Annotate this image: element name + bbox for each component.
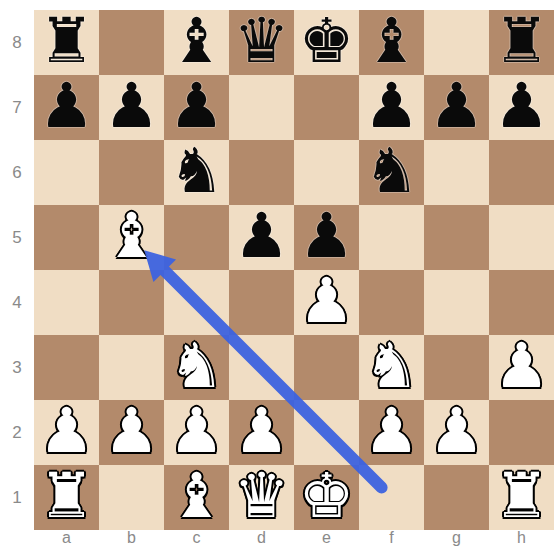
square-f5[interactable] bbox=[359, 205, 424, 270]
square-a4[interactable] bbox=[34, 270, 99, 335]
rank-label-5: 5 bbox=[0, 205, 34, 270]
square-d4[interactable] bbox=[229, 270, 294, 335]
file-label-b: b bbox=[99, 530, 164, 546]
piece-black-pawn-a7[interactable]: ♟ bbox=[39, 75, 95, 137]
square-c6[interactable]: ♞ bbox=[164, 140, 229, 205]
square-c2[interactable]: ♟ bbox=[164, 400, 229, 465]
square-e2[interactable] bbox=[294, 400, 359, 465]
square-a7[interactable]: ♟ bbox=[34, 75, 99, 140]
piece-white-bishop-c1[interactable]: ♝ bbox=[169, 465, 225, 527]
rank-label-8: 8 bbox=[0, 10, 34, 75]
square-e8[interactable]: ♚ bbox=[294, 10, 359, 75]
piece-white-rook-a1[interactable]: ♜ bbox=[39, 465, 95, 527]
square-f7[interactable]: ♟ bbox=[359, 75, 424, 140]
rank-label-1: 1 bbox=[0, 465, 34, 530]
square-b6[interactable] bbox=[99, 140, 164, 205]
square-h7[interactable]: ♟ bbox=[489, 75, 554, 140]
piece-black-rook-h8[interactable]: ♜ bbox=[494, 10, 550, 72]
file-label-h: h bbox=[489, 530, 554, 546]
square-g1[interactable] bbox=[424, 465, 489, 530]
piece-black-pawn-b7[interactable]: ♟ bbox=[104, 75, 160, 137]
file-labels: abcdefgh bbox=[34, 530, 554, 546]
square-b3[interactable] bbox=[99, 335, 164, 400]
square-d2[interactable]: ♟ bbox=[229, 400, 294, 465]
square-e5[interactable]: ♟ bbox=[294, 205, 359, 270]
piece-black-queen-d8[interactable]: ♛ bbox=[234, 10, 290, 72]
square-h5[interactable] bbox=[489, 205, 554, 270]
piece-white-knight-f3[interactable]: ♞ bbox=[364, 335, 420, 397]
square-h6[interactable] bbox=[489, 140, 554, 205]
piece-black-pawn-e5[interactable]: ♟ bbox=[299, 205, 355, 267]
piece-black-bishop-c8[interactable]: ♝ bbox=[169, 10, 225, 72]
square-a1[interactable]: ♜ bbox=[34, 465, 99, 530]
square-b1[interactable] bbox=[99, 465, 164, 530]
file-label-f: f bbox=[359, 530, 424, 546]
square-d3[interactable] bbox=[229, 335, 294, 400]
piece-black-pawn-c7[interactable]: ♟ bbox=[169, 75, 225, 137]
square-g5[interactable] bbox=[424, 205, 489, 270]
square-e6[interactable] bbox=[294, 140, 359, 205]
file-label-g: g bbox=[424, 530, 489, 546]
square-a8[interactable]: ♜ bbox=[34, 10, 99, 75]
rank-label-2: 2 bbox=[0, 400, 34, 465]
square-h2[interactable] bbox=[489, 400, 554, 465]
square-g7[interactable]: ♟ bbox=[424, 75, 489, 140]
square-a6[interactable] bbox=[34, 140, 99, 205]
file-label-e: e bbox=[294, 530, 359, 546]
file-label-d: d bbox=[229, 530, 294, 546]
square-f1[interactable] bbox=[359, 465, 424, 530]
square-g6[interactable] bbox=[424, 140, 489, 205]
piece-white-bishop-b5[interactable]: ♝ bbox=[104, 205, 160, 267]
square-g4[interactable] bbox=[424, 270, 489, 335]
piece-black-knight-f6[interactable]: ♞ bbox=[364, 140, 420, 202]
square-b8[interactable] bbox=[99, 10, 164, 75]
square-g2[interactable]: ♟ bbox=[424, 400, 489, 465]
piece-black-pawn-g7[interactable]: ♟ bbox=[429, 75, 485, 137]
square-c1[interactable]: ♝ bbox=[164, 465, 229, 530]
piece-white-king-e1[interactable]: ♚ bbox=[299, 465, 355, 527]
piece-white-pawn-g2[interactable]: ♟ bbox=[429, 400, 485, 462]
rank-labels: 87654321 bbox=[0, 10, 34, 530]
piece-white-knight-c3[interactable]: ♞ bbox=[169, 335, 225, 397]
square-f3[interactable]: ♞ bbox=[359, 335, 424, 400]
piece-black-king-e8[interactable]: ♚ bbox=[299, 10, 355, 72]
square-g8[interactable] bbox=[424, 10, 489, 75]
square-a2[interactable]: ♟ bbox=[34, 400, 99, 465]
piece-black-knight-c6[interactable]: ♞ bbox=[169, 140, 225, 202]
square-e3[interactable] bbox=[294, 335, 359, 400]
square-b7[interactable]: ♟ bbox=[99, 75, 164, 140]
chess-board: ♜♝♛♚♝♜♟♟♟♟♟♟♞♞♝♟♟♟♞♞♟♟♟♟♟♟♟♜♝♛♚♜ bbox=[34, 10, 554, 530]
piece-black-pawn-f7[interactable]: ♟ bbox=[364, 75, 420, 137]
square-e4[interactable]: ♟ bbox=[294, 270, 359, 335]
piece-black-rook-a8[interactable]: ♜ bbox=[39, 10, 95, 72]
square-b5[interactable]: ♝ bbox=[99, 205, 164, 270]
square-d5[interactable]: ♟ bbox=[229, 205, 294, 270]
square-e1[interactable]: ♚ bbox=[294, 465, 359, 530]
rank-label-4: 4 bbox=[0, 270, 34, 335]
chess-board-app: 87654321 ♜♝♛♚♝♜♟♟♟♟♟♟♞♞♝♟♟♟♞♞♟♟♟♟♟♟♟♜♝♛♚… bbox=[0, 0, 554, 546]
square-d8[interactable]: ♛ bbox=[229, 10, 294, 75]
piece-white-pawn-e4[interactable]: ♟ bbox=[299, 270, 355, 332]
square-d6[interactable] bbox=[229, 140, 294, 205]
square-e7[interactable] bbox=[294, 75, 359, 140]
square-b2[interactable]: ♟ bbox=[99, 400, 164, 465]
square-c7[interactable]: ♟ bbox=[164, 75, 229, 140]
piece-white-queen-d1[interactable]: ♛ bbox=[234, 465, 290, 527]
rank-label-3: 3 bbox=[0, 335, 34, 400]
piece-white-pawn-h3[interactable]: ♟ bbox=[494, 335, 550, 397]
rank-label-7: 7 bbox=[0, 75, 34, 140]
square-c8[interactable]: ♝ bbox=[164, 10, 229, 75]
square-c5[interactable] bbox=[164, 205, 229, 270]
square-a5[interactable] bbox=[34, 205, 99, 270]
square-f6[interactable]: ♞ bbox=[359, 140, 424, 205]
square-g3[interactable] bbox=[424, 335, 489, 400]
piece-white-pawn-f2[interactable]: ♟ bbox=[364, 400, 420, 462]
piece-white-pawn-a2[interactable]: ♟ bbox=[39, 400, 95, 462]
square-b4[interactable] bbox=[99, 270, 164, 335]
square-h3[interactable]: ♟ bbox=[489, 335, 554, 400]
square-c4[interactable] bbox=[164, 270, 229, 335]
square-h1[interactable]: ♜ bbox=[489, 465, 554, 530]
square-h8[interactable]: ♜ bbox=[489, 10, 554, 75]
square-a3[interactable] bbox=[34, 335, 99, 400]
piece-white-pawn-d2[interactable]: ♟ bbox=[234, 400, 290, 462]
rank-label-6: 6 bbox=[0, 140, 34, 205]
square-h4[interactable] bbox=[489, 270, 554, 335]
piece-white-pawn-c2[interactable]: ♟ bbox=[169, 400, 225, 462]
piece-black-pawn-d5[interactable]: ♟ bbox=[234, 205, 290, 267]
square-f4[interactable] bbox=[359, 270, 424, 335]
square-f2[interactable]: ♟ bbox=[359, 400, 424, 465]
square-d1[interactable]: ♛ bbox=[229, 465, 294, 530]
file-label-a: a bbox=[34, 530, 99, 546]
square-d7[interactable] bbox=[229, 75, 294, 140]
square-c3[interactable]: ♞ bbox=[164, 335, 229, 400]
file-label-c: c bbox=[164, 530, 229, 546]
piece-white-pawn-b2[interactable]: ♟ bbox=[104, 400, 160, 462]
piece-black-bishop-f8[interactable]: ♝ bbox=[364, 10, 420, 72]
piece-white-rook-h1[interactable]: ♜ bbox=[494, 465, 550, 527]
square-f8[interactable]: ♝ bbox=[359, 10, 424, 75]
piece-black-pawn-h7[interactable]: ♟ bbox=[494, 75, 550, 137]
